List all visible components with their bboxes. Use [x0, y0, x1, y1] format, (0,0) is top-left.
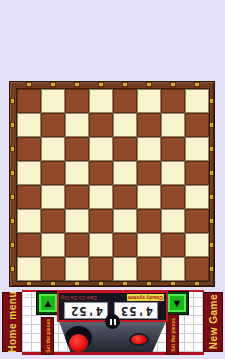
board-square[interactable] [185, 257, 209, 281]
frame-mark [11, 99, 14, 103]
board-square[interactable] [89, 161, 113, 185]
scroll-up-button[interactable]: ▲ [37, 292, 59, 314]
frame-mark [210, 195, 213, 199]
frame-mark [27, 83, 31, 86]
board-square[interactable] [161, 185, 185, 209]
board-square[interactable] [113, 185, 137, 209]
board-square[interactable] [89, 185, 113, 209]
set-pieces-left-label: Set the pieces [45, 319, 51, 353]
frame-mark [171, 83, 175, 86]
board-square[interactable] [41, 137, 65, 161]
app-background: Home menu New Game ▲ ▼ Set the pieces Se… [0, 0, 225, 359]
frame-mark [75, 83, 79, 86]
frame-mark [99, 282, 103, 285]
board-square[interactable] [41, 233, 65, 257]
board-square[interactable] [161, 233, 185, 257]
frame-mark [11, 195, 14, 199]
frame-mark [51, 282, 55, 285]
frame-mark [210, 147, 213, 151]
board-square[interactable] [41, 113, 65, 137]
board-square[interactable] [137, 257, 161, 281]
clock-left-time: 4'52 [70, 304, 103, 318]
board-square[interactable] [89, 209, 113, 233]
board-square[interactable] [89, 137, 113, 161]
clock-brand-strip: Claudy system Dam Ch Da Org [61, 294, 164, 301]
board-square[interactable] [113, 233, 137, 257]
frame-mark [27, 282, 31, 285]
board-square[interactable] [161, 161, 185, 185]
board-square[interactable] [41, 161, 65, 185]
board-square[interactable] [137, 209, 161, 233]
game-clock: Claudy system Dam Ch Da Org 4'52 4'53 [57, 291, 168, 355]
frame-mark [210, 243, 213, 247]
frame-mark [11, 123, 14, 127]
clock-brand-label: Claudy system [127, 294, 164, 301]
board-square[interactable] [65, 161, 89, 185]
board-square[interactable] [185, 185, 209, 209]
board-square[interactable] [17, 113, 41, 137]
clock-button-right[interactable] [129, 333, 149, 346]
frame-mark [195, 83, 199, 86]
new-game-label: New Game [208, 294, 219, 349]
board-square[interactable] [185, 233, 209, 257]
pause-icon [110, 319, 112, 325]
frame-mark [171, 282, 175, 285]
checkers-board [9, 81, 215, 287]
scroll-down-button[interactable]: ▼ [166, 292, 188, 314]
frame-mark [210, 123, 213, 127]
clock-subtitle-label: Dam Ch Da Org [61, 294, 97, 301]
board-square[interactable] [113, 89, 137, 113]
pause-button[interactable] [105, 314, 120, 329]
board-square[interactable] [185, 89, 209, 113]
frame-mark [210, 99, 213, 103]
frame-mark [123, 282, 127, 285]
frame-mark [11, 267, 14, 271]
frame-mark [51, 83, 55, 86]
board-square[interactable] [161, 209, 185, 233]
board-square[interactable] [89, 233, 113, 257]
board-square[interactable] [185, 137, 209, 161]
board-square[interactable] [137, 137, 161, 161]
board-square[interactable] [113, 113, 137, 137]
frame-mark [147, 282, 151, 285]
frame-mark [75, 282, 79, 285]
board-square[interactable] [113, 209, 137, 233]
clock-button-left[interactable] [69, 334, 88, 352]
frame-mark [210, 267, 213, 271]
board-square[interactable] [113, 161, 137, 185]
board-square[interactable] [161, 257, 185, 281]
board-square[interactable] [161, 113, 185, 137]
board-square[interactable] [17, 209, 41, 233]
home-menu-label: Home menu [7, 291, 18, 353]
board-square[interactable] [113, 257, 137, 281]
board-square[interactable] [137, 113, 161, 137]
new-game-button[interactable]: New Game [203, 292, 223, 352]
board-square[interactable] [17, 257, 41, 281]
board-square[interactable] [185, 209, 209, 233]
board-square[interactable] [65, 257, 89, 281]
home-menu-button[interactable]: Home menu [2, 292, 22, 352]
frame-mark [11, 243, 14, 247]
set-pieces-left-button[interactable]: Set the pieces [41, 317, 54, 355]
board-square[interactable] [89, 257, 113, 281]
board-square[interactable] [41, 89, 65, 113]
frame-mark [99, 83, 103, 86]
board-square[interactable] [17, 233, 41, 257]
frame-mark [147, 83, 151, 86]
frame-mark [123, 83, 127, 86]
bottom-control-bar: Home menu New Game ▲ ▼ Set the pieces Se… [0, 290, 225, 359]
board-square[interactable] [65, 233, 89, 257]
board-square[interactable] [65, 185, 89, 209]
board-square[interactable] [41, 257, 65, 281]
board-square[interactable] [41, 209, 65, 233]
board-square[interactable] [65, 113, 89, 137]
board-square[interactable] [17, 161, 41, 185]
board-square[interactable] [161, 89, 185, 113]
board-square[interactable] [137, 89, 161, 113]
board-square[interactable] [65, 209, 89, 233]
board-square[interactable] [137, 233, 161, 257]
board-square[interactable] [17, 137, 41, 161]
board-square[interactable] [65, 89, 89, 113]
up-arrow-icon: ▲ [43, 298, 54, 309]
board-square[interactable] [17, 89, 41, 113]
board-square[interactable] [41, 185, 65, 209]
frame-mark [11, 219, 14, 223]
board-square[interactable] [89, 89, 113, 113]
frame-mark [11, 171, 14, 175]
board-square[interactable] [137, 161, 161, 185]
board-square[interactable] [161, 137, 185, 161]
frame-mark [195, 282, 199, 285]
pause-icon [114, 319, 116, 325]
clock-right-time: 4'53 [120, 304, 153, 318]
frame-mark [11, 147, 14, 151]
board-square[interactable] [113, 137, 137, 161]
down-arrow-icon: ▼ [172, 298, 183, 309]
board-square[interactable] [89, 113, 113, 137]
frame-mark [210, 171, 213, 175]
board-square[interactable] [137, 185, 161, 209]
board-square[interactable] [17, 185, 41, 209]
board-square[interactable] [185, 161, 209, 185]
board-square[interactable] [65, 137, 89, 161]
clock-right-display: 4'53 [114, 302, 158, 319]
set-pieces-right-label: Set the pieces [170, 318, 176, 352]
frame-mark [210, 219, 213, 223]
clock-left-display: 4'52 [64, 302, 108, 319]
board-squares-grid [16, 88, 210, 282]
board-square[interactable] [185, 113, 209, 137]
